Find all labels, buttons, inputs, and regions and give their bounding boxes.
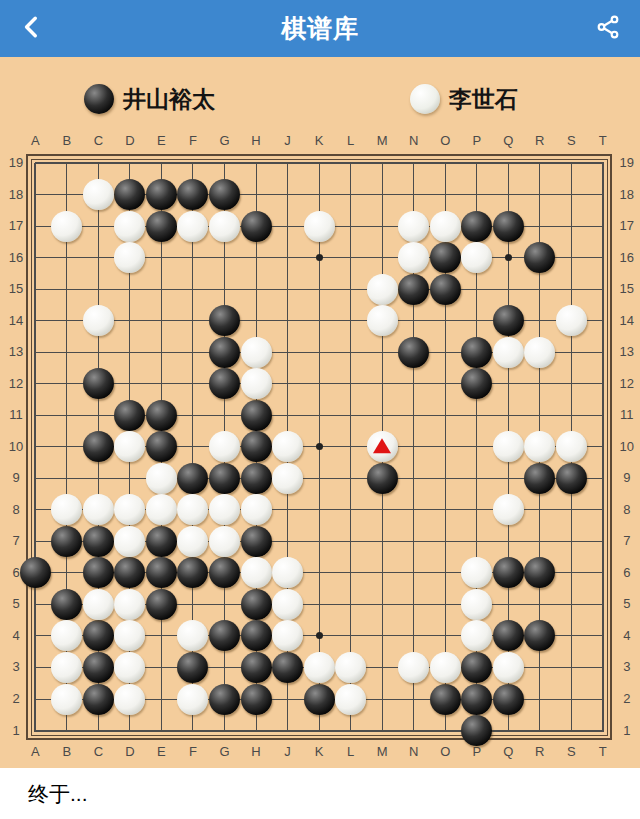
stone-black-E17 [146,211,177,242]
stone-white-B17 [51,211,82,242]
stone-black-K2 [304,684,335,715]
coord-number-left: 9 [4,470,28,486]
coord-letter-bottom: D [118,744,142,760]
coord-letter-bottom: S [559,744,583,760]
stone-white-O17 [430,211,461,242]
stone-black-N15 [398,274,429,305]
stone-white-D2 [114,684,145,715]
coord-number-left: 3 [4,659,28,675]
coord-letter-bottom: R [528,744,552,760]
stone-white-K17 [304,211,335,242]
coord-number-left: 18 [4,187,28,203]
stone-black-H9 [241,463,272,494]
stone-black-O2 [430,684,461,715]
stone-black-G14 [209,305,240,336]
coord-number-left: 2 [4,691,28,707]
stone-white-Q3 [493,652,524,683]
grid-line-vertical [34,163,36,732]
stone-white-S14 [556,305,587,336]
coord-letter-top: N [402,133,426,149]
coord-letter-bottom: J [276,744,300,760]
stone-black-C7 [83,526,114,557]
stone-white-P5 [461,589,492,620]
stone-black-R9 [524,463,555,494]
stone-white-C14 [83,305,114,336]
app-screen: 棋谱库 井山裕太 李世石 AABBCCDDEEFFGGHHJJKKLLMMNNO… [0,0,640,819]
stone-black-E5 [146,589,177,620]
coord-number-right: 18 [615,187,639,203]
grid-line-horizontal [35,162,604,164]
stone-black-Q2 [493,684,524,715]
stone-black-J3 [272,652,303,683]
footer-bar: 终于... [0,768,640,819]
stone-white-Q13 [493,337,524,368]
stone-white-D17 [114,211,145,242]
share-button[interactable] [578,0,638,57]
coord-number-right: 9 [615,470,639,486]
stone-white-M14 [367,305,398,336]
stone-black-B7 [51,526,82,557]
coord-number-left: 16 [4,250,28,266]
coord-letter-bottom: E [149,744,173,760]
stone-black-G9 [209,463,240,494]
coord-number-left: 11 [4,407,28,423]
coord-letter-bottom: A [23,744,47,760]
go-board[interactable]: AABBCCDDEEFFGGHHJJKKLLMMNNOOPPQQRRSSTT19… [0,128,640,768]
stone-black-Q17 [493,211,524,242]
coord-letter-top: Q [496,133,520,149]
stone-black-P3 [461,652,492,683]
coord-letter-bottom: F [181,744,205,760]
coord-letter-top: D [118,133,142,149]
coord-number-left: 8 [4,502,28,518]
stone-white-H8 [241,494,272,525]
page-title: 棋谱库 [0,0,640,57]
coord-letter-bottom: K [307,744,331,760]
coord-number-right: 4 [615,628,639,644]
stone-black-G2 [209,684,240,715]
stone-black-P17 [461,211,492,242]
coord-letter-top: J [276,133,300,149]
coord-letter-bottom: O [433,744,457,760]
coord-number-left: 10 [4,439,28,455]
stone-black-P13 [461,337,492,368]
coord-number-right: 12 [615,376,639,392]
coord-letter-bottom: L [339,744,363,760]
grid-line-vertical [350,163,351,732]
stone-white-M10 [367,431,398,462]
star-point [316,443,323,450]
stone-black-C10 [83,431,114,462]
coord-letter-bottom: C [86,744,110,760]
coord-number-right: 13 [615,344,639,360]
stone-black-G12 [209,368,240,399]
stone-white-G17 [209,211,240,242]
coord-letter-top: M [370,133,394,149]
black-stone-icon [84,84,114,114]
coord-letter-bottom: Q [496,744,520,760]
stone-black-E7 [146,526,177,557]
coord-letter-top: P [465,133,489,149]
star-point [316,254,323,261]
coord-number-right: 15 [615,281,639,297]
stone-white-Q10 [493,431,524,462]
stone-black-E11 [146,400,177,431]
coord-letter-top: F [181,133,205,149]
coord-number-right: 16 [615,250,639,266]
stone-black-O15 [430,274,461,305]
stone-black-H11 [241,400,272,431]
coord-number-right: 14 [615,313,639,329]
coord-number-left: 13 [4,344,28,360]
coord-letter-top: L [339,133,363,149]
star-point [505,254,512,261]
stone-black-Q6 [493,557,524,588]
stone-white-H12 [241,368,272,399]
grid-line-horizontal [35,478,604,479]
stone-white-S10 [556,431,587,462]
grid-line-horizontal [35,383,604,384]
stone-white-K3 [304,652,335,683]
stone-black-H17 [241,211,272,242]
stone-black-E10 [146,431,177,462]
coord-number-left: 1 [4,723,28,739]
stone-black-Q14 [493,305,524,336]
coord-letter-bottom: M [370,744,394,760]
coord-letter-top: H [244,133,268,149]
coord-number-right: 6 [615,565,639,581]
stone-black-O16 [430,242,461,273]
black-player-name: 井山裕太 [123,84,215,114]
coord-letter-bottom: H [244,744,268,760]
last-move-marker [373,438,391,453]
stone-white-E9 [146,463,177,494]
stone-white-J5 [272,589,303,620]
top-bar: 棋谱库 [0,0,640,57]
coord-letter-bottom: T [591,744,615,760]
grid-line-horizontal [35,289,604,290]
stone-black-Q4 [493,620,524,651]
stone-white-L2 [335,684,366,715]
stone-black-H10 [241,431,272,462]
stone-white-H6 [241,557,272,588]
coord-letter-bottom: B [55,744,79,760]
stone-black-C12 [83,368,114,399]
coord-number-right: 7 [615,533,639,549]
stone-white-O3 [430,652,461,683]
stone-white-C5 [83,589,114,620]
coord-number-right: 8 [615,502,639,518]
stone-black-N13 [398,337,429,368]
coord-letter-top: C [86,133,110,149]
stone-black-G18 [209,179,240,210]
coord-number-left: 12 [4,376,28,392]
stone-black-H2 [241,684,272,715]
coord-number-left: 19 [4,155,28,171]
white-stone-icon [410,84,440,114]
coord-letter-top: B [55,133,79,149]
stone-white-N3 [398,652,429,683]
stone-white-F2 [177,684,208,715]
coord-number-left: 4 [4,628,28,644]
stone-black-C2 [83,684,114,715]
coord-number-left: 17 [4,218,28,234]
stone-white-J9 [272,463,303,494]
stone-white-F17 [177,211,208,242]
coord-letter-bottom: G [212,744,236,760]
white-player-name: 李世石 [449,84,518,114]
players-bar: 井山裕太 李世石 [0,70,640,128]
stone-white-R13 [524,337,555,368]
stone-black-H4 [241,620,272,651]
coord-number-left: 7 [4,533,28,549]
coord-number-right: 17 [615,218,639,234]
stone-black-C3 [83,652,114,683]
share-icon [595,14,621,44]
coord-number-left: 14 [4,313,28,329]
stone-white-H13 [241,337,272,368]
stone-white-C8 [83,494,114,525]
stone-white-G7 [209,526,240,557]
coord-letter-top: K [307,133,331,149]
coord-letter-top: E [149,133,173,149]
coord-number-right: 3 [615,659,639,675]
coord-number-right: 11 [615,407,639,423]
stone-black-G13 [209,337,240,368]
stone-black-A6 [20,557,51,588]
grid-line-vertical [602,163,604,732]
stone-black-H5 [241,589,272,620]
stone-white-B2 [51,684,82,715]
commentary-text: 终于... [28,780,88,808]
stone-white-C18 [83,179,114,210]
coord-letter-top: R [528,133,552,149]
coord-letter-top: T [591,133,615,149]
stone-black-E18 [146,179,177,210]
coord-letter-top: S [559,133,583,149]
coord-number-right: 19 [615,155,639,171]
stone-black-S9 [556,463,587,494]
stone-black-M9 [367,463,398,494]
stone-white-L3 [335,652,366,683]
stone-black-P1 [461,715,492,746]
coord-number-right: 5 [615,596,639,612]
stone-black-D11 [114,400,145,431]
coord-number-left: 5 [4,596,28,612]
stone-black-P2 [461,684,492,715]
coord-number-right: 1 [615,723,639,739]
coord-letter-top: A [23,133,47,149]
stone-white-Q8 [493,494,524,525]
coord-number-right: 10 [615,439,639,455]
coord-number-left: 15 [4,281,28,297]
stone-white-M15 [367,274,398,305]
coord-letter-top: O [433,133,457,149]
coord-number-right: 2 [615,691,639,707]
grid-line-horizontal [35,730,604,732]
stone-black-H3 [241,652,272,683]
stone-white-N17 [398,211,429,242]
coord-letter-top: G [212,133,236,149]
coord-letter-bottom: N [402,744,426,760]
stone-black-H7 [241,526,272,557]
